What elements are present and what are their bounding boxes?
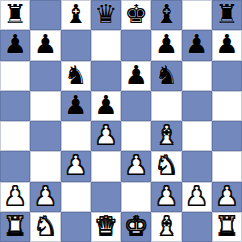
piece-black-bishop[interactable]: ♝ (64, 1, 87, 27)
square-f3[interactable]: ♞ (151, 151, 181, 181)
piece-white-pawn[interactable]: ♟ (34, 183, 57, 209)
square-a7[interactable]: ♟ (0, 30, 30, 60)
square-b7[interactable]: ♟ (30, 30, 60, 60)
piece-white-pawn[interactable]: ♟ (64, 152, 87, 178)
square-b8[interactable] (30, 0, 60, 30)
square-f4[interactable]: ♝ (151, 121, 181, 151)
square-b1[interactable]: ♞ (30, 212, 60, 242)
piece-black-pawn[interactable]: ♟ (155, 31, 178, 57)
piece-black-pawn[interactable]: ♟ (3, 31, 26, 57)
square-e8[interactable]: ♚ (121, 0, 151, 30)
square-g7[interactable]: ♟ (182, 30, 212, 60)
piece-black-rook[interactable]: ♜ (215, 1, 238, 27)
square-d5[interactable]: ♟ (91, 91, 121, 121)
square-e2[interactable] (121, 182, 151, 212)
square-c3[interactable]: ♟ (61, 151, 91, 181)
square-e7[interactable] (121, 30, 151, 60)
square-b4[interactable] (30, 121, 60, 151)
piece-black-knight[interactable]: ♞ (64, 62, 87, 88)
piece-white-pawn[interactable]: ♟ (155, 183, 178, 209)
square-g2[interactable]: ♟ (182, 182, 212, 212)
piece-black-pawn[interactable]: ♟ (215, 31, 238, 57)
piece-white-bishop[interactable]: ♝ (155, 213, 178, 239)
square-g1[interactable] (182, 212, 212, 242)
square-f8[interactable]: ♝ (151, 0, 181, 30)
square-e5[interactable] (121, 91, 151, 121)
piece-white-pawn[interactable]: ♟ (185, 183, 208, 209)
square-d7[interactable] (91, 30, 121, 60)
piece-white-rook[interactable]: ♜ (3, 213, 26, 239)
square-e1[interactable]: ♚ (121, 212, 151, 242)
square-d2[interactable] (91, 182, 121, 212)
square-e3[interactable]: ♟ (121, 151, 151, 181)
piece-black-knight[interactable]: ♞ (155, 62, 178, 88)
piece-black-pawn[interactable]: ♟ (124, 62, 147, 88)
piece-white-queen[interactable]: ♛ (94, 213, 117, 239)
square-g5[interactable] (182, 91, 212, 121)
square-a3[interactable] (0, 151, 30, 181)
square-f7[interactable]: ♟ (151, 30, 181, 60)
piece-white-knight[interactable]: ♞ (155, 152, 178, 178)
square-h2[interactable]: ♟ (212, 182, 242, 212)
piece-white-rook[interactable]: ♜ (215, 213, 238, 239)
square-a2[interactable]: ♟ (0, 182, 30, 212)
piece-white-knight[interactable]: ♞ (34, 213, 57, 239)
square-f2[interactable]: ♟ (151, 182, 181, 212)
square-c1[interactable] (61, 212, 91, 242)
piece-black-rook[interactable]: ♜ (3, 1, 26, 27)
piece-black-king[interactable]: ♚ (124, 1, 147, 27)
square-c5[interactable]: ♟ (61, 91, 91, 121)
square-f1[interactable]: ♝ (151, 212, 181, 242)
piece-black-queen[interactable]: ♛ (94, 1, 117, 27)
square-b6[interactable] (30, 61, 60, 91)
piece-white-king[interactable]: ♚ (124, 213, 147, 239)
square-d1[interactable]: ♛ (91, 212, 121, 242)
square-d6[interactable] (91, 61, 121, 91)
square-f6[interactable]: ♞ (151, 61, 181, 91)
square-h6[interactable] (212, 61, 242, 91)
square-d8[interactable]: ♛ (91, 0, 121, 30)
square-h5[interactable] (212, 91, 242, 121)
piece-white-pawn[interactable]: ♟ (215, 183, 238, 209)
square-g3[interactable] (182, 151, 212, 181)
square-b5[interactable] (30, 91, 60, 121)
piece-black-pawn[interactable]: ♟ (34, 31, 57, 57)
square-a5[interactable] (0, 91, 30, 121)
square-c6[interactable]: ♞ (61, 61, 91, 91)
piece-black-pawn[interactable]: ♟ (94, 92, 117, 118)
square-c7[interactable] (61, 30, 91, 60)
square-b3[interactable] (30, 151, 60, 181)
square-e6[interactable]: ♟ (121, 61, 151, 91)
square-e4[interactable] (121, 121, 151, 151)
square-b2[interactable]: ♟ (30, 182, 60, 212)
square-d3[interactable] (91, 151, 121, 181)
piece-black-pawn[interactable]: ♟ (64, 92, 87, 118)
chess-board: ♜♝♛♚♝♜♟♟♟♟♟♞♟♞♟♟♟♝♟♟♞♟♟♟♟♟♜♞♛♚♝♜ (0, 0, 242, 242)
square-h3[interactable] (212, 151, 242, 181)
square-c2[interactable] (61, 182, 91, 212)
square-h1[interactable]: ♜ (212, 212, 242, 242)
piece-white-pawn[interactable]: ♟ (94, 122, 117, 148)
square-a8[interactable]: ♜ (0, 0, 30, 30)
square-a4[interactable] (0, 121, 30, 151)
piece-white-bishop[interactable]: ♝ (155, 122, 178, 148)
square-g4[interactable] (182, 121, 212, 151)
piece-black-bishop[interactable]: ♝ (155, 1, 178, 27)
square-a6[interactable] (0, 61, 30, 91)
square-a1[interactable]: ♜ (0, 212, 30, 242)
square-f5[interactable] (151, 91, 181, 121)
square-d4[interactable]: ♟ (91, 121, 121, 151)
square-c4[interactable] (61, 121, 91, 151)
piece-white-pawn[interactable]: ♟ (124, 152, 147, 178)
piece-white-pawn[interactable]: ♟ (3, 183, 26, 209)
square-h8[interactable]: ♜ (212, 0, 242, 30)
square-h4[interactable] (212, 121, 242, 151)
square-g8[interactable] (182, 0, 212, 30)
piece-black-pawn[interactable]: ♟ (185, 31, 208, 57)
square-h7[interactable]: ♟ (212, 30, 242, 60)
square-g6[interactable] (182, 61, 212, 91)
square-c8[interactable]: ♝ (61, 0, 91, 30)
